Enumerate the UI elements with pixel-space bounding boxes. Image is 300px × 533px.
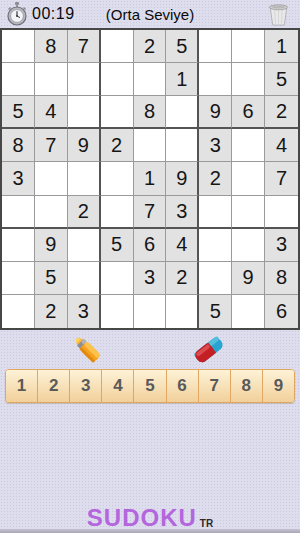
app-logo: SUDOKU xyxy=(87,506,197,530)
cell-r9c5[interactable] xyxy=(134,295,167,328)
cell-r3c2[interactable]: 4 xyxy=(35,96,68,129)
number-pad: 1 2 3 4 5 6 7 8 9 xyxy=(5,369,295,403)
timer-group: 00:19 xyxy=(7,2,75,26)
cell-r4c1[interactable]: 8 xyxy=(2,129,35,162)
cell-r3c4[interactable] xyxy=(101,96,134,129)
cell-r9c1[interactable] xyxy=(2,295,35,328)
tools-row xyxy=(0,330,300,369)
cell-r6c1[interactable] xyxy=(2,196,35,229)
cell-r3c8[interactable]: 6 xyxy=(232,96,265,129)
numpad-8[interactable]: 8 xyxy=(230,370,262,402)
numpad-6[interactable]: 6 xyxy=(166,370,198,402)
cell-r9c2[interactable]: 2 xyxy=(35,295,68,328)
eraser-icon[interactable] xyxy=(191,335,227,365)
cell-r5c4[interactable] xyxy=(101,162,134,195)
stopwatch-icon xyxy=(7,2,27,26)
cell-r2c9[interactable]: 5 xyxy=(265,63,298,96)
cell-r8c7[interactable] xyxy=(199,262,232,295)
cell-r2c3[interactable] xyxy=(68,63,101,96)
cell-r3c9[interactable]: 2 xyxy=(265,96,298,129)
cell-r1c6[interactable]: 5 xyxy=(166,30,199,63)
cell-r1c5[interactable]: 2 xyxy=(134,30,167,63)
footer: SUDOKU TR xyxy=(0,500,300,530)
cell-r6c2[interactable] xyxy=(35,196,68,229)
cell-r9c8[interactable] xyxy=(232,295,265,328)
cell-r3c7[interactable]: 9 xyxy=(199,96,232,129)
cell-r8c4[interactable] xyxy=(101,262,134,295)
cell-r1c2[interactable]: 8 xyxy=(35,30,68,63)
cell-r4c6[interactable] xyxy=(166,129,199,162)
cell-r6c8[interactable] xyxy=(232,196,265,229)
cell-r3c1[interactable]: 5 xyxy=(2,96,35,129)
cell-r7c5[interactable]: 6 xyxy=(134,229,167,262)
cell-r6c4[interactable] xyxy=(101,196,134,229)
cell-r8c6[interactable]: 2 xyxy=(166,262,199,295)
cell-r7c8[interactable] xyxy=(232,229,265,262)
numpad-4[interactable]: 4 xyxy=(101,370,133,402)
cell-r4c9[interactable]: 4 xyxy=(265,129,298,162)
cell-r8c8[interactable]: 9 xyxy=(232,262,265,295)
pencil-icon[interactable] xyxy=(70,333,106,369)
numpad-9[interactable]: 9 xyxy=(262,370,294,402)
cell-r1c4[interactable] xyxy=(101,30,134,63)
cell-r5c2[interactable] xyxy=(35,162,68,195)
cell-r5c5[interactable]: 1 xyxy=(134,162,167,195)
cell-r7c2[interactable]: 9 xyxy=(35,229,68,262)
cell-r2c2[interactable] xyxy=(35,63,68,96)
cell-r3c5[interactable]: 8 xyxy=(134,96,167,129)
cell-r4c8[interactable] xyxy=(232,129,265,162)
numpad-2[interactable]: 2 xyxy=(37,370,69,402)
cell-r8c9[interactable]: 8 xyxy=(265,262,298,295)
cell-r4c4[interactable]: 2 xyxy=(101,129,134,162)
cell-r7c6[interactable]: 4 xyxy=(166,229,199,262)
cell-r1c8[interactable] xyxy=(232,30,265,63)
numpad-7[interactable]: 7 xyxy=(198,370,230,402)
cell-r4c2[interactable]: 7 xyxy=(35,129,68,162)
cell-r5c6[interactable]: 9 xyxy=(166,162,199,195)
cell-r1c1[interactable] xyxy=(2,30,35,63)
cell-r5c1[interactable]: 3 xyxy=(2,162,35,195)
cell-r2c8[interactable] xyxy=(232,63,265,96)
cell-r9c6[interactable] xyxy=(166,295,199,328)
cell-r9c3[interactable]: 3 xyxy=(68,295,101,328)
screen: (Orta Seviye) 00:19 87251155 xyxy=(0,0,300,533)
cell-r2c5[interactable] xyxy=(134,63,167,96)
cell-r4c3[interactable]: 9 xyxy=(68,129,101,162)
cell-r8c3[interactable] xyxy=(68,262,101,295)
numpad-5[interactable]: 5 xyxy=(133,370,165,402)
cell-r9c4[interactable] xyxy=(101,295,134,328)
cell-r1c7[interactable] xyxy=(199,30,232,63)
cell-r3c6[interactable] xyxy=(166,96,199,129)
trash-icon[interactable] xyxy=(266,2,291,27)
cell-r6c6[interactable]: 3 xyxy=(166,196,199,229)
cell-r7c7[interactable] xyxy=(199,229,232,262)
cell-r2c6[interactable]: 1 xyxy=(166,63,199,96)
cell-r4c5[interactable] xyxy=(134,129,167,162)
cell-r7c3[interactable] xyxy=(68,229,101,262)
cell-r2c4[interactable] xyxy=(101,63,134,96)
top-bar: (Orta Seviye) 00:19 xyxy=(0,0,300,28)
cell-r7c4[interactable]: 5 xyxy=(101,229,134,262)
cell-r8c1[interactable] xyxy=(2,262,35,295)
cell-r6c9[interactable] xyxy=(265,196,298,229)
cell-r7c1[interactable] xyxy=(2,229,35,262)
cell-r8c2[interactable]: 5 xyxy=(35,262,68,295)
cell-r5c8[interactable] xyxy=(232,162,265,195)
cell-r2c1[interactable] xyxy=(2,63,35,96)
cell-r9c9[interactable]: 6 xyxy=(265,295,298,328)
cell-r8c5[interactable]: 3 xyxy=(134,262,167,295)
cell-r7c9[interactable]: 3 xyxy=(265,229,298,262)
cell-r6c5[interactable]: 7 xyxy=(134,196,167,229)
numpad-1[interactable]: 1 xyxy=(6,370,37,402)
timer-text: 00:19 xyxy=(32,5,75,23)
sudoku-grid: 8725115548962879234319272739564353298235… xyxy=(0,28,300,330)
cell-r2c7[interactable] xyxy=(199,63,232,96)
cell-r4c7[interactable]: 3 xyxy=(199,129,232,162)
cell-r6c3[interactable]: 2 xyxy=(68,196,101,229)
cell-r1c9[interactable]: 1 xyxy=(265,30,298,63)
cell-r5c9[interactable]: 7 xyxy=(265,162,298,195)
cell-r9c7[interactable]: 5 xyxy=(199,295,232,328)
cell-r5c7[interactable]: 2 xyxy=(199,162,232,195)
cell-r3c3[interactable] xyxy=(68,96,101,129)
numpad-3[interactable]: 3 xyxy=(69,370,101,402)
bottom-edge xyxy=(0,529,300,533)
cell-r5c3[interactable] xyxy=(68,162,101,195)
cell-r1c3[interactable]: 7 xyxy=(68,30,101,63)
cell-r6c7[interactable] xyxy=(199,196,232,229)
